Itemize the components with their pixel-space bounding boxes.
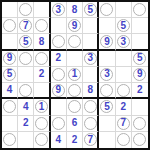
odd-circle xyxy=(52,117,65,130)
cell-r4c8[interactable] xyxy=(116,51,132,67)
digit: 9 xyxy=(137,69,143,79)
cell-r5c7[interactable]: 3 xyxy=(99,67,115,83)
cell-r1c1[interactable] xyxy=(2,2,18,18)
odd-circle xyxy=(3,133,16,146)
odd-circle xyxy=(3,100,16,113)
cell-r5c3[interactable]: 2 xyxy=(34,67,50,83)
digit: 8 xyxy=(87,85,93,95)
odd-circle xyxy=(52,35,65,48)
cell-r6c1[interactable]: 4 xyxy=(2,83,18,99)
digit: 5 xyxy=(7,69,13,79)
digit: 1 xyxy=(72,69,78,79)
cell-r1c7[interactable] xyxy=(99,2,115,18)
digit: 2 xyxy=(72,135,78,145)
cell-r9c3[interactable] xyxy=(34,132,50,148)
cell-r1c5[interactable]: 8 xyxy=(67,2,83,18)
cell-r9c9[interactable] xyxy=(132,132,148,148)
odd-circle xyxy=(100,3,113,16)
odd-circle xyxy=(19,84,32,97)
cell-r3c4[interactable] xyxy=(51,34,67,50)
cell-r3c7[interactable]: 9 xyxy=(99,34,115,50)
cell-r1c9[interactable] xyxy=(132,2,148,18)
cell-r3c6[interactable] xyxy=(83,34,99,50)
cell-r3c3[interactable]: 8 xyxy=(34,34,50,50)
odd-circle xyxy=(35,117,48,130)
odd-circle: 9 xyxy=(68,19,81,32)
digit: 2 xyxy=(55,53,61,63)
cell-r8c6[interactable] xyxy=(83,116,99,132)
cell-r6c2[interactable] xyxy=(18,83,34,99)
odd-circle xyxy=(117,133,130,146)
cell-r7c6[interactable] xyxy=(83,99,99,115)
cell-r3c1[interactable] xyxy=(2,34,18,50)
cell-r8c2[interactable]: 2 xyxy=(18,116,34,132)
cell-r2c5[interactable]: 9 xyxy=(67,18,83,34)
cell-r3c9[interactable] xyxy=(132,34,148,50)
odd-circle xyxy=(19,52,32,65)
cell-r5c4[interactable] xyxy=(51,67,67,83)
cell-r5c2[interactable] xyxy=(18,67,34,83)
odd-circle: 1 xyxy=(68,68,81,81)
odd-circle xyxy=(35,52,48,65)
cell-r9c4[interactable]: 4 xyxy=(51,132,67,148)
odd-circle xyxy=(133,117,146,130)
odd-circle xyxy=(84,100,97,113)
odd-circle xyxy=(3,19,16,32)
digit: 9 xyxy=(7,53,13,63)
digit: 5 xyxy=(23,37,29,47)
digit: 9 xyxy=(55,85,61,95)
cell-r4c4[interactable]: 2 xyxy=(51,51,67,67)
cell-r4c7[interactable] xyxy=(99,51,115,67)
cell-r1c2[interactable] xyxy=(18,2,34,18)
cell-r9c6[interactable]: 7 xyxy=(83,132,99,148)
cell-r4c5[interactable] xyxy=(67,51,83,67)
cell-r3c8[interactable]: 3 xyxy=(116,34,132,50)
cell-r8c9[interactable] xyxy=(132,116,148,132)
cell-r6c5[interactable] xyxy=(67,83,83,99)
digit: 4 xyxy=(23,102,29,112)
cell-r2c9[interactable] xyxy=(132,18,148,34)
odd-circle: 5 xyxy=(19,35,32,48)
odd-circle: 9 xyxy=(52,84,65,97)
cell-r1c6[interactable]: 5 xyxy=(83,2,99,18)
digit: 3 xyxy=(87,53,93,63)
cell-r4c9[interactable]: 5 xyxy=(132,51,148,67)
cell-r3c2[interactable]: 5 xyxy=(18,34,34,50)
cell-r6c8[interactable] xyxy=(116,83,132,99)
odd-circle: 5 xyxy=(100,100,113,113)
cell-r9c8[interactable] xyxy=(116,132,132,148)
cell-r7c8[interactable]: 2 xyxy=(116,99,132,115)
cell-r7c7[interactable]: 5 xyxy=(99,99,115,115)
digit: 9 xyxy=(72,21,78,31)
cell-r5c6[interactable] xyxy=(83,67,99,83)
digit: 8 xyxy=(39,37,45,47)
odd-circle: 7 xyxy=(19,19,32,32)
odd-circle xyxy=(35,133,48,146)
odd-circle: 7 xyxy=(84,133,97,146)
digit: 3 xyxy=(120,37,126,47)
cell-r2c8[interactable]: 5 xyxy=(116,18,132,34)
odd-circle xyxy=(19,3,32,16)
odd-circle xyxy=(133,133,146,146)
odd-circle: 9 xyxy=(3,52,16,65)
odd-circle: 5 xyxy=(84,3,97,16)
digit: 5 xyxy=(137,53,143,63)
cell-r9c1[interactable] xyxy=(2,132,18,148)
cell-r8c3[interactable] xyxy=(34,116,50,132)
cell-r6c4[interactable]: 9 xyxy=(51,83,67,99)
odd-circle xyxy=(100,84,113,97)
cell-r5c1[interactable]: 5 xyxy=(2,67,18,83)
cell-r5c5[interactable]: 1 xyxy=(67,67,83,83)
digit: 4 xyxy=(7,85,13,95)
cell-r2c7[interactable] xyxy=(99,18,115,34)
digit: 7 xyxy=(87,135,93,145)
odd-circle: 3 xyxy=(100,68,113,81)
cell-r4c6[interactable]: 3 xyxy=(83,51,99,67)
cell-r7c5[interactable] xyxy=(67,99,83,115)
sudoku-board: 385795589392355213949824152267427 xyxy=(0,0,150,150)
cell-r6c6[interactable]: 8 xyxy=(83,83,99,99)
odd-circle: 1 xyxy=(35,100,48,113)
digit: 4 xyxy=(55,135,61,145)
cell-r6c9[interactable]: 2 xyxy=(132,83,148,99)
odd-circle: 3 xyxy=(52,3,65,16)
cell-r1c8[interactable] xyxy=(116,2,132,18)
digit: 7 xyxy=(23,21,29,31)
digit: 2 xyxy=(120,102,126,112)
cell-r3c5[interactable] xyxy=(67,34,83,50)
cell-r8c7[interactable] xyxy=(99,116,115,132)
cell-r7c4[interactable] xyxy=(51,99,67,115)
odd-circle xyxy=(117,84,130,97)
digit: 3 xyxy=(55,5,61,15)
digit: 1 xyxy=(39,102,45,112)
odd-circle: 5 xyxy=(3,68,16,81)
digit: 5 xyxy=(104,102,110,112)
odd-circle xyxy=(52,68,65,81)
digit: 5 xyxy=(120,21,126,31)
cell-r5c9[interactable]: 9 xyxy=(132,67,148,83)
cell-r7c3[interactable]: 1 xyxy=(34,99,50,115)
digit: 2 xyxy=(137,85,143,95)
odd-circle xyxy=(68,35,81,48)
cell-r7c9[interactable] xyxy=(132,99,148,115)
odd-circle: 3 xyxy=(117,35,130,48)
odd-circle: 3 xyxy=(84,52,97,65)
cell-r2c3[interactable] xyxy=(34,18,50,34)
cell-r7c1[interactable] xyxy=(2,99,18,115)
cell-r8c1[interactable] xyxy=(2,116,18,132)
cell-r9c2[interactable] xyxy=(18,132,34,148)
cell-r4c2[interactable] xyxy=(18,51,34,67)
digit: 3 xyxy=(104,69,110,79)
cell-r7c2[interactable]: 4 xyxy=(18,99,34,115)
odd-circle xyxy=(84,117,97,130)
odd-circle: 5 xyxy=(133,52,146,65)
cell-r5c8[interactable] xyxy=(116,67,132,83)
odd-circle xyxy=(68,100,81,113)
cell-r8c8[interactable]: 7 xyxy=(116,116,132,132)
cell-r9c7[interactable] xyxy=(99,132,115,148)
odd-circle xyxy=(35,19,48,32)
cell-r4c1[interactable]: 9 xyxy=(2,51,18,67)
digit: 8 xyxy=(72,5,78,15)
digit: 2 xyxy=(23,118,29,128)
odd-circle: 9 xyxy=(100,35,113,48)
cell-r2c1[interactable] xyxy=(2,18,18,34)
odd-circle: 5 xyxy=(117,19,130,32)
digit: 2 xyxy=(39,69,45,79)
odd-circle: 9 xyxy=(133,68,146,81)
cell-r1c3[interactable] xyxy=(34,2,50,18)
cell-r8c4[interactable] xyxy=(51,116,67,132)
cell-r2c2[interactable]: 7 xyxy=(18,18,34,34)
digit: 5 xyxy=(87,5,93,15)
cell-r6c3[interactable] xyxy=(34,83,50,99)
cell-r6c7[interactable] xyxy=(99,83,115,99)
digit: 9 xyxy=(104,37,110,47)
digit: 6 xyxy=(72,118,78,128)
cell-r2c6[interactable] xyxy=(83,18,99,34)
cell-r9c5[interactable]: 2 xyxy=(67,132,83,148)
digit: 7 xyxy=(120,118,126,128)
odd-circle xyxy=(68,84,81,97)
cell-r4c3[interactable] xyxy=(34,51,50,67)
cell-r2c4[interactable] xyxy=(51,18,67,34)
cell-r8c5[interactable]: 6 xyxy=(67,116,83,132)
cell-r1c4[interactable]: 3 xyxy=(51,2,67,18)
odd-circle: 7 xyxy=(117,117,130,130)
odd-circle xyxy=(133,3,146,16)
